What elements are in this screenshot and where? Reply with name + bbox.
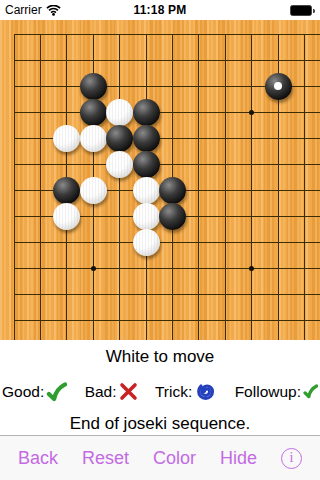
grid-line-vertical bbox=[251, 34, 252, 340]
reset-button[interactable]: Reset bbox=[82, 448, 129, 469]
grid-line-horizontal bbox=[14, 34, 320, 35]
grid-line-horizontal bbox=[14, 294, 320, 295]
legend-good: Good: bbox=[2, 382, 67, 402]
info-icon[interactable]: i bbox=[281, 448, 302, 469]
bad-label: Bad: bbox=[85, 383, 117, 401]
white-stone bbox=[106, 151, 133, 178]
black-stone bbox=[159, 203, 186, 230]
spiral-icon bbox=[194, 380, 217, 403]
white-stone bbox=[80, 125, 107, 152]
check-icon bbox=[46, 382, 67, 402]
white-stone bbox=[133, 203, 160, 230]
white-stone bbox=[80, 177, 107, 204]
result-legend: Good: Bad: Trick: bbox=[0, 380, 320, 403]
black-stone bbox=[106, 125, 133, 152]
last-move-marker bbox=[274, 82, 282, 90]
legend-bad: Bad: bbox=[85, 382, 138, 401]
star-point bbox=[91, 266, 96, 271]
black-stone bbox=[80, 73, 107, 100]
white-stone bbox=[53, 125, 80, 152]
grid-line-vertical bbox=[198, 34, 199, 340]
back-button[interactable]: Back bbox=[18, 448, 58, 469]
x-icon bbox=[119, 382, 138, 401]
followup-check-icon bbox=[303, 384, 318, 399]
message-area: White to move Good: Bad: Tric bbox=[0, 340, 320, 435]
bottom-toolbar: Back Reset Color Hide i bbox=[0, 435, 320, 480]
white-stone bbox=[133, 229, 160, 256]
black-stone bbox=[80, 99, 107, 126]
black-stone bbox=[265, 73, 292, 100]
black-stone bbox=[133, 125, 160, 152]
star-point bbox=[249, 266, 254, 271]
grid-line-vertical bbox=[304, 34, 305, 340]
black-stone bbox=[133, 99, 160, 126]
legend-followup: Followup: bbox=[235, 383, 318, 401]
go-board[interactable] bbox=[0, 20, 320, 340]
grid-line-horizontal bbox=[14, 164, 320, 165]
grid-line-vertical bbox=[225, 34, 226, 340]
legend-trick: Trick: bbox=[155, 380, 217, 403]
grid-line-vertical bbox=[40, 34, 41, 340]
grid-line-horizontal bbox=[14, 242, 320, 243]
color-button[interactable]: Color bbox=[153, 448, 196, 469]
hide-button[interactable]: Hide bbox=[220, 448, 257, 469]
star-point bbox=[249, 110, 254, 115]
grid-line-vertical bbox=[14, 34, 15, 340]
grid-line-vertical bbox=[119, 34, 120, 340]
clock: 11:18 PM bbox=[0, 3, 320, 17]
grid-line-horizontal bbox=[14, 320, 320, 321]
app-screen: Carrier 11:18 PM White to move Good: bbox=[0, 0, 320, 480]
to-move-label: White to move bbox=[0, 347, 320, 367]
white-stone bbox=[53, 203, 80, 230]
grid-line-horizontal bbox=[14, 268, 320, 269]
white-stone bbox=[106, 99, 133, 126]
grid-line-horizontal bbox=[14, 60, 320, 61]
trick-label: Trick: bbox=[155, 383, 192, 401]
black-stone bbox=[159, 177, 186, 204]
sequence-status-label: End of joseki sequence. bbox=[0, 414, 320, 434]
black-stone bbox=[133, 151, 160, 178]
grid-line-horizontal bbox=[14, 112, 320, 113]
white-stone bbox=[133, 177, 160, 204]
black-stone bbox=[53, 177, 80, 204]
good-label: Good: bbox=[2, 383, 44, 401]
followup-label: Followup: bbox=[235, 383, 301, 401]
battery-icon bbox=[290, 5, 315, 16]
status-bar: Carrier 11:18 PM bbox=[0, 0, 320, 20]
